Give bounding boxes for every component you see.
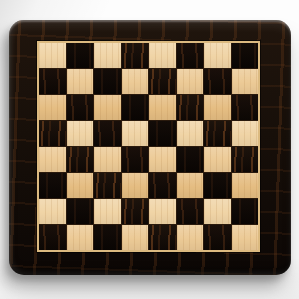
- square-f3: [177, 173, 204, 198]
- square-c7: [94, 69, 121, 94]
- square-f6: [177, 95, 204, 120]
- square-d7: [122, 69, 149, 94]
- square-c6: [94, 95, 121, 120]
- square-b8: [67, 43, 94, 68]
- square-h1: [232, 225, 259, 250]
- square-f4: [177, 147, 204, 172]
- square-e4: [149, 147, 176, 172]
- square-g3: [204, 173, 231, 198]
- square-e8: [149, 43, 176, 68]
- square-b2: [67, 199, 94, 224]
- square-a6: [39, 95, 66, 120]
- square-b4: [67, 147, 94, 172]
- square-d5: [122, 121, 149, 146]
- square-e5: [149, 121, 176, 146]
- square-h6: [232, 95, 259, 120]
- square-c1: [94, 225, 121, 250]
- square-b5: [67, 121, 94, 146]
- square-f5: [177, 121, 204, 146]
- square-g5: [204, 121, 231, 146]
- square-d8: [122, 43, 149, 68]
- board-playing-field: [37, 41, 260, 252]
- square-b7: [67, 69, 94, 94]
- square-e2: [149, 199, 176, 224]
- square-a5: [39, 121, 66, 146]
- square-e1: [149, 225, 176, 250]
- square-f7: [177, 69, 204, 94]
- square-a7: [39, 69, 66, 94]
- square-f1: [177, 225, 204, 250]
- square-g1: [204, 225, 231, 250]
- square-c3: [94, 173, 121, 198]
- square-d4: [122, 147, 149, 172]
- photo-background: [0, 0, 299, 299]
- square-c2: [94, 199, 121, 224]
- square-f2: [177, 199, 204, 224]
- square-h7: [232, 69, 259, 94]
- square-g6: [204, 95, 231, 120]
- board-grid: [39, 43, 258, 250]
- square-g8: [204, 43, 231, 68]
- square-h8: [232, 43, 259, 68]
- square-b6: [67, 95, 94, 120]
- chess-board: [9, 20, 291, 275]
- square-a4: [39, 147, 66, 172]
- square-a8: [39, 43, 66, 68]
- square-c5: [94, 121, 121, 146]
- square-h3: [232, 173, 259, 198]
- square-h5: [232, 121, 259, 146]
- square-d2: [122, 199, 149, 224]
- square-g4: [204, 147, 231, 172]
- square-h2: [232, 199, 259, 224]
- square-a3: [39, 173, 66, 198]
- square-a1: [39, 225, 66, 250]
- square-a2: [39, 199, 66, 224]
- square-e6: [149, 95, 176, 120]
- square-d6: [122, 95, 149, 120]
- square-d3: [122, 173, 149, 198]
- square-f8: [177, 43, 204, 68]
- square-e3: [149, 173, 176, 198]
- square-d1: [122, 225, 149, 250]
- square-c8: [94, 43, 121, 68]
- square-g7: [204, 69, 231, 94]
- square-e7: [149, 69, 176, 94]
- square-h4: [232, 147, 259, 172]
- square-b1: [67, 225, 94, 250]
- square-b3: [67, 173, 94, 198]
- square-g2: [204, 199, 231, 224]
- square-c4: [94, 147, 121, 172]
